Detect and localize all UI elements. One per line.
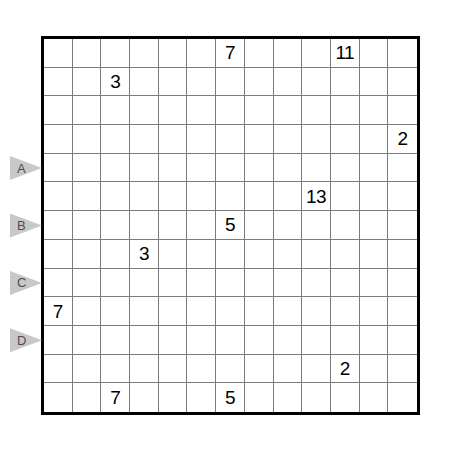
grid-cell[interactable] bbox=[331, 326, 360, 355]
grid-cell[interactable] bbox=[388, 96, 417, 125]
grid-cell[interactable] bbox=[130, 96, 159, 125]
grid-cell[interactable] bbox=[73, 182, 102, 211]
grid-cell[interactable] bbox=[331, 125, 360, 154]
grid-cell[interactable] bbox=[130, 182, 159, 211]
grid-cell[interactable] bbox=[130, 269, 159, 298]
grid-cell[interactable] bbox=[130, 68, 159, 97]
grid-cell[interactable] bbox=[245, 355, 274, 384]
grid-cell[interactable] bbox=[44, 269, 73, 298]
grid-cell[interactable] bbox=[187, 68, 216, 97]
grid-cell[interactable] bbox=[216, 355, 245, 384]
grid-cell[interactable] bbox=[360, 383, 389, 412]
grid-cell[interactable] bbox=[159, 355, 188, 384]
grid-cell[interactable] bbox=[245, 326, 274, 355]
grid-cell[interactable] bbox=[73, 297, 102, 326]
grid-cell[interactable] bbox=[302, 211, 331, 240]
grid-cell[interactable] bbox=[360, 154, 389, 183]
grid-cell[interactable] bbox=[331, 297, 360, 326]
clue-cell[interactable]: 5 bbox=[216, 383, 245, 412]
grid-cell[interactable] bbox=[331, 211, 360, 240]
grid-cell[interactable] bbox=[73, 211, 102, 240]
grid-cell[interactable] bbox=[44, 240, 73, 269]
grid-cell[interactable] bbox=[73, 326, 102, 355]
grid-cell[interactable] bbox=[245, 383, 274, 412]
grid-cell[interactable] bbox=[73, 125, 102, 154]
grid-cell[interactable] bbox=[245, 125, 274, 154]
grid-cell[interactable] bbox=[130, 39, 159, 68]
grid-cell[interactable] bbox=[101, 269, 130, 298]
grid-cell[interactable] bbox=[360, 96, 389, 125]
row-marker-b-triangle-icon: B bbox=[10, 214, 42, 238]
clue-cell[interactable]: 2 bbox=[331, 355, 360, 384]
grid-cell[interactable] bbox=[360, 355, 389, 384]
grid-cell[interactable] bbox=[331, 154, 360, 183]
grid-cell[interactable] bbox=[274, 182, 303, 211]
grid-cell[interactable] bbox=[101, 96, 130, 125]
grid-cell[interactable] bbox=[44, 125, 73, 154]
grid-cell[interactable] bbox=[187, 326, 216, 355]
row-marker-c-triangle-icon: C bbox=[10, 271, 42, 295]
grid-cell[interactable] bbox=[159, 211, 188, 240]
clue-cell[interactable]: 2 bbox=[388, 125, 417, 154]
grid-cell[interactable] bbox=[130, 297, 159, 326]
grid-cell[interactable] bbox=[245, 39, 274, 68]
row-marker-label: A bbox=[17, 161, 26, 176]
grid-cell[interactable] bbox=[331, 240, 360, 269]
grid-cell[interactable] bbox=[388, 68, 417, 97]
grid-cell[interactable] bbox=[331, 182, 360, 211]
grid-cell[interactable] bbox=[302, 154, 331, 183]
grid-cell[interactable] bbox=[331, 96, 360, 125]
grid-cell[interactable] bbox=[388, 240, 417, 269]
grid-cell[interactable] bbox=[73, 355, 102, 384]
row-marker-label: D bbox=[17, 333, 26, 348]
grid-cell[interactable] bbox=[130, 211, 159, 240]
clue-cell[interactable]: 5 bbox=[216, 211, 245, 240]
grid-cell[interactable] bbox=[388, 211, 417, 240]
clue-cell[interactable]: 7 bbox=[101, 383, 130, 412]
grid-cell[interactable] bbox=[73, 39, 102, 68]
grid-cell[interactable] bbox=[187, 39, 216, 68]
row-marker-a-triangle-icon: A bbox=[10, 156, 42, 180]
grid-cell[interactable] bbox=[159, 39, 188, 68]
grid-cell[interactable] bbox=[245, 154, 274, 183]
grid-cell[interactable] bbox=[245, 211, 274, 240]
grid-cell[interactable] bbox=[388, 355, 417, 384]
grid-cell[interactable] bbox=[44, 211, 73, 240]
grid-cell[interactable] bbox=[187, 154, 216, 183]
grid-cell[interactable] bbox=[274, 240, 303, 269]
grid-cell[interactable] bbox=[44, 154, 73, 183]
grid-cell[interactable] bbox=[101, 297, 130, 326]
grid-cell[interactable] bbox=[360, 125, 389, 154]
grid-cell[interactable] bbox=[216, 154, 245, 183]
grid-cell[interactable] bbox=[360, 39, 389, 68]
grid-cell[interactable] bbox=[360, 240, 389, 269]
grid-cell[interactable] bbox=[274, 154, 303, 183]
grid-cell[interactable] bbox=[216, 182, 245, 211]
grid-cell[interactable] bbox=[245, 68, 274, 97]
grid-cell[interactable] bbox=[159, 125, 188, 154]
grid-cell[interactable] bbox=[302, 269, 331, 298]
grid-cell[interactable] bbox=[274, 269, 303, 298]
grid-cell[interactable] bbox=[159, 297, 188, 326]
grid-cell[interactable] bbox=[130, 383, 159, 412]
grid-cell[interactable] bbox=[274, 211, 303, 240]
grid-cell[interactable] bbox=[187, 383, 216, 412]
grid-cell[interactable] bbox=[331, 68, 360, 97]
grid-cell[interactable] bbox=[302, 383, 331, 412]
grid-cell[interactable] bbox=[388, 326, 417, 355]
grid-cell[interactable] bbox=[159, 68, 188, 97]
grid-cell[interactable] bbox=[44, 383, 73, 412]
grid-cell[interactable] bbox=[44, 39, 73, 68]
puzzle-board: 7113213537275 bbox=[41, 36, 420, 415]
grid-cell[interactable] bbox=[274, 68, 303, 97]
grid-cell[interactable] bbox=[187, 211, 216, 240]
puzzle-page: 7113213537275 ABCD bbox=[0, 0, 461, 453]
grid-cell[interactable] bbox=[130, 326, 159, 355]
grid-cell[interactable] bbox=[159, 154, 188, 183]
row-marker-label: B bbox=[17, 218, 26, 233]
clue-cell[interactable]: 7 bbox=[44, 297, 73, 326]
grid-cell[interactable] bbox=[302, 240, 331, 269]
grid-cell[interactable] bbox=[388, 383, 417, 412]
grid-cell[interactable] bbox=[216, 269, 245, 298]
grid-cell[interactable] bbox=[274, 326, 303, 355]
grid-cell[interactable] bbox=[44, 326, 73, 355]
grid-cell[interactable] bbox=[73, 68, 102, 97]
grid-cell[interactable] bbox=[44, 182, 73, 211]
clue-cell[interactable]: 3 bbox=[130, 240, 159, 269]
grid-cell[interactable] bbox=[101, 326, 130, 355]
row-marker-label: C bbox=[17, 275, 26, 290]
grid-cell[interactable] bbox=[302, 125, 331, 154]
grid-cell[interactable] bbox=[274, 355, 303, 384]
grid-cell[interactable] bbox=[187, 269, 216, 298]
grid-cell[interactable] bbox=[187, 125, 216, 154]
grid-cell[interactable] bbox=[216, 125, 245, 154]
grid-cell[interactable] bbox=[360, 326, 389, 355]
grid-cell[interactable] bbox=[44, 96, 73, 125]
grid-cell[interactable] bbox=[302, 326, 331, 355]
grid-cell[interactable] bbox=[274, 96, 303, 125]
grid-cell[interactable] bbox=[101, 182, 130, 211]
grid-cell[interactable] bbox=[388, 154, 417, 183]
grid-cell[interactable] bbox=[101, 211, 130, 240]
grid-cell[interactable] bbox=[360, 269, 389, 298]
grid-cell[interactable] bbox=[274, 39, 303, 68]
clue-cell[interactable]: 3 bbox=[101, 68, 130, 97]
grid-cell[interactable] bbox=[101, 154, 130, 183]
grid-cell[interactable] bbox=[216, 96, 245, 125]
grid-cell[interactable] bbox=[274, 297, 303, 326]
grid-cell[interactable] bbox=[388, 297, 417, 326]
grid-cell[interactable] bbox=[73, 96, 102, 125]
grid-cell[interactable] bbox=[245, 297, 274, 326]
grid-cell[interactable] bbox=[187, 240, 216, 269]
grid-cell[interactable] bbox=[302, 68, 331, 97]
grid-cell[interactable] bbox=[331, 383, 360, 412]
grid-cell[interactable] bbox=[73, 383, 102, 412]
grid-cell[interactable] bbox=[159, 182, 188, 211]
grid-cell[interactable] bbox=[187, 96, 216, 125]
grid-cell[interactable] bbox=[360, 297, 389, 326]
grid-cell[interactable] bbox=[274, 383, 303, 412]
grid-cell[interactable] bbox=[245, 96, 274, 125]
row-marker-d-triangle-icon: D bbox=[10, 328, 42, 352]
grid-cell[interactable] bbox=[216, 240, 245, 269]
grid-cell[interactable] bbox=[130, 154, 159, 183]
grid-cell[interactable] bbox=[360, 182, 389, 211]
grid-cell[interactable] bbox=[302, 96, 331, 125]
grid-cell[interactable] bbox=[302, 355, 331, 384]
grid-cell[interactable] bbox=[187, 355, 216, 384]
grid-cell[interactable] bbox=[101, 240, 130, 269]
grid-cell[interactable] bbox=[245, 240, 274, 269]
grid-cell[interactable] bbox=[187, 297, 216, 326]
grid-cell[interactable] bbox=[360, 211, 389, 240]
grid-cell[interactable] bbox=[101, 39, 130, 68]
grid-cell[interactable] bbox=[159, 240, 188, 269]
grid-cell[interactable] bbox=[130, 125, 159, 154]
grid-cell[interactable] bbox=[159, 96, 188, 125]
grid-cell[interactable] bbox=[130, 355, 159, 384]
grid-cell[interactable] bbox=[216, 297, 245, 326]
grid-cell[interactable] bbox=[274, 125, 303, 154]
grid-cell[interactable] bbox=[159, 383, 188, 412]
clue-cell[interactable]: 7 bbox=[216, 39, 245, 68]
grid-cell[interactable] bbox=[187, 182, 216, 211]
grid-cell[interactable] bbox=[388, 39, 417, 68]
grid-cell[interactable] bbox=[331, 269, 360, 298]
grid-cell[interactable] bbox=[44, 355, 73, 384]
grid-cell[interactable] bbox=[388, 269, 417, 298]
grid-cell[interactable] bbox=[159, 269, 188, 298]
grid-cell[interactable] bbox=[73, 269, 102, 298]
grid-cell[interactable] bbox=[302, 39, 331, 68]
grid-cell[interactable] bbox=[101, 355, 130, 384]
grid-cell[interactable] bbox=[216, 68, 245, 97]
grid-cell[interactable] bbox=[44, 68, 73, 97]
grid-cell[interactable] bbox=[101, 125, 130, 154]
grid-cell[interactable] bbox=[159, 326, 188, 355]
grid-cell[interactable] bbox=[245, 269, 274, 298]
clue-cell[interactable]: 13 bbox=[302, 182, 331, 211]
grid-cell[interactable] bbox=[388, 182, 417, 211]
grid-cell[interactable] bbox=[360, 68, 389, 97]
grid-cell[interactable] bbox=[245, 182, 274, 211]
grid-cell[interactable] bbox=[216, 326, 245, 355]
grid-cell[interactable] bbox=[302, 297, 331, 326]
grid-cell[interactable] bbox=[73, 240, 102, 269]
grid-cell[interactable] bbox=[73, 154, 102, 183]
clue-cell[interactable]: 11 bbox=[331, 39, 360, 68]
